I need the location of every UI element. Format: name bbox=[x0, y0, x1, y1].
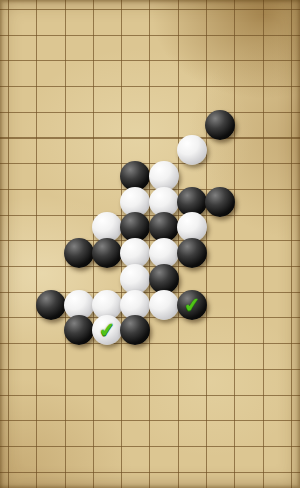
stone-white bbox=[149, 290, 179, 320]
stone-black: ✔ bbox=[177, 290, 207, 320]
last-move-check-icon: ✔ bbox=[91, 314, 124, 347]
last-move-check-icon: ✔ bbox=[176, 288, 209, 321]
stone-black bbox=[36, 290, 66, 320]
stones-layer: ✔✔ bbox=[0, 0, 300, 488]
stone-black bbox=[205, 187, 235, 217]
stone-black bbox=[64, 315, 94, 345]
stone-black bbox=[92, 238, 122, 268]
stone-black bbox=[177, 238, 207, 268]
stone-black bbox=[120, 315, 150, 345]
stone-black bbox=[205, 110, 235, 140]
gomoku-board[interactable]: ✔✔ bbox=[0, 0, 300, 488]
stone-white bbox=[177, 135, 207, 165]
stone-white: ✔ bbox=[92, 315, 122, 345]
stone-black bbox=[64, 238, 94, 268]
